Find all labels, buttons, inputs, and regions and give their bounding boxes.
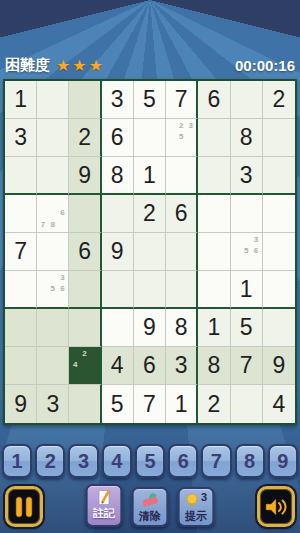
- cell-r6c1[interactable]: [5, 271, 37, 309]
- cell-r9c6[interactable]: 1: [166, 385, 198, 423]
- cell-r3c9[interactable]: [263, 157, 295, 195]
- cell-digit: 3: [14, 126, 27, 149]
- cell-digit: 3: [111, 88, 124, 111]
- cell-r6c4[interactable]: [102, 271, 134, 309]
- cell-r9c2[interactable]: 3: [37, 385, 69, 423]
- cell-digit: 2: [78, 126, 91, 149]
- cell-r7c7[interactable]: 1: [198, 309, 230, 347]
- pencil-notes: 235: [166, 119, 196, 156]
- cell-r9c4[interactable]: 5: [102, 385, 134, 423]
- cell-r7c2[interactable]: [37, 309, 69, 347]
- cell-r7c8[interactable]: 5: [231, 309, 263, 347]
- numpad-button-2[interactable]: 2: [35, 444, 65, 478]
- cell-digit: 6: [143, 354, 156, 377]
- cell-r3c1[interactable]: [5, 157, 37, 195]
- cell-r6c2[interactable]: 356: [37, 271, 69, 309]
- cell-digit: 8: [175, 316, 188, 339]
- cell-r8c5[interactable]: 6: [134, 347, 166, 385]
- numpad-button-5[interactable]: 5: [135, 444, 165, 478]
- cell-r5c3[interactable]: 6: [69, 233, 101, 271]
- cell-r6c6[interactable]: [166, 271, 198, 309]
- cell-r8c7[interactable]: 8: [198, 347, 230, 385]
- cell-r1c7[interactable]: 6: [198, 81, 230, 119]
- pencil-notes: 356: [37, 271, 68, 307]
- cell-r7c6[interactable]: 8: [166, 309, 198, 347]
- cell-r3c5[interactable]: 1: [134, 157, 166, 195]
- cell-r3c7[interactable]: [198, 157, 230, 195]
- cell-r6c5[interactable]: [134, 271, 166, 309]
- numpad-button-9[interactable]: 9: [268, 444, 298, 478]
- cell-r1c3[interactable]: [69, 81, 101, 119]
- cell-r5c1[interactable]: 7: [5, 233, 37, 271]
- cell-r5c7[interactable]: [198, 233, 230, 271]
- hud-bar: 困難度 ★★★ 00:00:16: [5, 53, 295, 77]
- cell-digit: 7: [143, 393, 156, 416]
- numpad-button-7[interactable]: 7: [201, 444, 231, 478]
- cell-r7c3[interactable]: [69, 309, 101, 347]
- cell-r3c3[interactable]: 9: [69, 157, 101, 195]
- cell-digit: 7: [14, 240, 27, 263]
- note-button-label: 註記: [93, 507, 115, 520]
- cell-r2c8[interactable]: 8: [231, 119, 263, 157]
- cell-r4c7[interactable]: [198, 195, 230, 233]
- cell-r8c3[interactable]: 24: [69, 347, 101, 385]
- cell-digit: 5: [240, 316, 253, 339]
- numpad-button-6[interactable]: 6: [168, 444, 198, 478]
- cell-r2c6[interactable]: 235: [166, 119, 198, 157]
- hint-button-label: 提示: [185, 510, 207, 523]
- numpad-button-3[interactable]: 3: [68, 444, 98, 478]
- pencil-notes: 678: [37, 195, 68, 232]
- cell-digit: 7: [175, 88, 188, 111]
- toolbar-center-group: 註記 清除: [86, 484, 215, 527]
- cell-r2c2[interactable]: [37, 119, 69, 157]
- cell-r5c8[interactable]: 356: [231, 233, 263, 271]
- cell-digit: 4: [111, 354, 124, 377]
- cell-digit: 1: [175, 393, 188, 416]
- cell-r4c2[interactable]: 678: [37, 195, 69, 233]
- cell-digit: 6: [175, 202, 188, 225]
- cell-digit: 4: [272, 393, 285, 416]
- cell-r2c9[interactable]: [263, 119, 295, 157]
- cell-r8c4[interactable]: 4: [102, 347, 134, 385]
- speaker-icon: [264, 495, 288, 519]
- cell-r4c3[interactable]: [69, 195, 101, 233]
- sudoku-board: 1357623262358981367826769356356198152446…: [3, 79, 297, 425]
- cell-digit: 1: [14, 88, 27, 111]
- cell-r4c8[interactable]: [231, 195, 263, 233]
- cell-r8c6[interactable]: 3: [166, 347, 198, 385]
- cell-r6c8[interactable]: 1: [231, 271, 263, 309]
- cell-r5c5[interactable]: [134, 233, 166, 271]
- cell-r1c5[interactable]: 5: [134, 81, 166, 119]
- cell-r3c2[interactable]: [37, 157, 69, 195]
- cell-r1c9[interactable]: 2: [263, 81, 295, 119]
- cell-r6c7[interactable]: [198, 271, 230, 309]
- note-mode-button[interactable]: 註記: [86, 484, 123, 527]
- cell-r8c9[interactable]: 9: [263, 347, 295, 385]
- cell-digit: 1: [208, 316, 221, 339]
- numpad-button-1[interactable]: 1: [2, 444, 32, 478]
- cell-r7c1[interactable]: [5, 309, 37, 347]
- pencil-notes: 24: [69, 347, 99, 384]
- cell-r2c1[interactable]: 3: [5, 119, 37, 157]
- cell-r9c8[interactable]: [231, 385, 263, 423]
- cell-r1c6[interactable]: 7: [166, 81, 198, 119]
- cell-digit: 3: [240, 164, 253, 187]
- cell-digit: 2: [143, 202, 156, 225]
- cell-r1c2[interactable]: [37, 81, 69, 119]
- cell-r6c3[interactable]: [69, 271, 101, 309]
- sound-button[interactable]: [257, 486, 295, 527]
- cell-digit: 2: [208, 393, 221, 416]
- pause-button[interactable]: [5, 486, 43, 527]
- pencil-notes: 356: [231, 233, 262, 270]
- cell-r6c9[interactable]: [263, 271, 295, 309]
- cell-digit: 8: [208, 354, 221, 377]
- number-pad: 123456789: [2, 444, 298, 478]
- cell-digit: 1: [143, 164, 156, 187]
- cell-digit: 9: [78, 164, 91, 187]
- pause-icon: [13, 495, 35, 519]
- cell-r1c1[interactable]: 1: [5, 81, 37, 119]
- cell-digit: 3: [46, 393, 59, 416]
- cell-r3c8[interactable]: 3: [231, 157, 263, 195]
- cell-r2c5[interactable]: [134, 119, 166, 157]
- cell-digit: 2: [272, 88, 285, 111]
- eraser-icon: [140, 492, 160, 509]
- cell-r9c7[interactable]: 2: [198, 385, 230, 423]
- cell-r7c9[interactable]: [263, 309, 295, 347]
- difficulty-label: 困難度: [5, 56, 50, 75]
- numpad-button-4[interactable]: 4: [102, 444, 132, 478]
- cell-digit: 8: [111, 164, 124, 187]
- clear-button-label: 清除: [139, 510, 161, 523]
- cell-r8c1[interactable]: [5, 347, 37, 385]
- cell-r9c1[interactable]: 9: [5, 385, 37, 423]
- cell-digit: 3: [175, 354, 188, 377]
- cell-digit: 5: [111, 393, 124, 416]
- cell-r2c3[interactable]: 2: [69, 119, 101, 157]
- cell-r2c4[interactable]: 6: [102, 119, 134, 157]
- cell-r7c5[interactable]: 9: [134, 309, 166, 347]
- cell-r4c9[interactable]: [263, 195, 295, 233]
- difficulty-star-icons: ★★★: [56, 56, 105, 75]
- cell-r9c9[interactable]: 4: [263, 385, 295, 423]
- cell-digit: 6: [78, 240, 91, 263]
- cell-digit: 9: [272, 354, 285, 377]
- cell-r9c3[interactable]: [69, 385, 101, 423]
- cell-r1c8[interactable]: [231, 81, 263, 119]
- cell-digit: 5: [143, 88, 156, 111]
- cell-r8c8[interactable]: 7: [231, 347, 263, 385]
- sudoku-app-screen: 困難度 ★★★ 00:00:16 13576232623589813678267…: [0, 0, 300, 533]
- hint-count-badge: 3: [201, 492, 207, 503]
- clear-button[interactable]: 清除: [132, 487, 169, 527]
- cell-r5c2[interactable]: [37, 233, 69, 271]
- lightbulb-icon: 3: [185, 492, 207, 509]
- cell-digit: 7: [240, 354, 253, 377]
- numpad-button-8[interactable]: 8: [235, 444, 265, 478]
- cell-r1c4[interactable]: 3: [102, 81, 134, 119]
- cell-digit: 1: [240, 278, 253, 301]
- cell-r5c9[interactable]: [263, 233, 295, 271]
- timer-display: 00:00:16: [235, 57, 295, 74]
- cell-r2c7[interactable]: [198, 119, 230, 157]
- bottom-toolbar: 註記 清除: [0, 483, 300, 529]
- cell-r7c4[interactable]: [102, 309, 134, 347]
- cell-r5c6[interactable]: [166, 233, 198, 271]
- pencil-note-icon: [96, 489, 113, 506]
- cell-digit: 9: [14, 393, 27, 416]
- cell-r4c4[interactable]: [102, 195, 134, 233]
- cell-r4c6[interactable]: 6: [166, 195, 198, 233]
- cell-digit: 6: [208, 88, 221, 111]
- cell-r4c5[interactable]: 2: [134, 195, 166, 233]
- cell-digit: 9: [143, 316, 156, 339]
- cell-digit: 8: [240, 126, 253, 149]
- cell-r8c2[interactable]: [37, 347, 69, 385]
- hint-button[interactable]: 3 提示: [178, 487, 215, 527]
- cell-r3c4[interactable]: 8: [102, 157, 134, 195]
- cell-r3c6[interactable]: [166, 157, 198, 195]
- cell-digit: 9: [111, 240, 124, 263]
- cell-digit: 6: [111, 126, 124, 149]
- cell-r4c1[interactable]: [5, 195, 37, 233]
- cell-r5c4[interactable]: 9: [102, 233, 134, 271]
- cell-r9c5[interactable]: 7: [134, 385, 166, 423]
